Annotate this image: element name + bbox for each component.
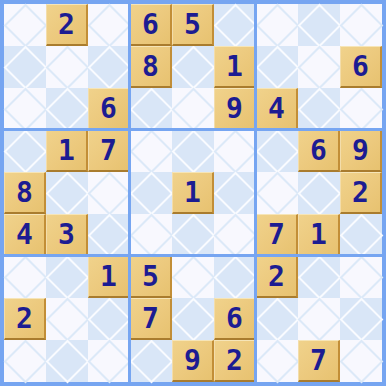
cell-r5c3[interactable]: [88, 172, 130, 214]
cell-r5c6[interactable]: [214, 172, 256, 214]
cell-r5c9: 2: [340, 172, 382, 214]
cell-r6c7: 7: [256, 214, 298, 256]
cell-r3c3: 6: [88, 88, 130, 130]
cell-r9c9[interactable]: [340, 340, 382, 382]
given-digit: 8: [4, 172, 46, 214]
given-digit: 6: [298, 130, 340, 172]
given-digit: 5: [172, 4, 214, 46]
given-digit: 1: [214, 46, 256, 88]
cell-r8c3[interactable]: [88, 298, 130, 340]
cell-r2c4: 8: [130, 46, 172, 88]
cell-r6c3[interactable]: [88, 214, 130, 256]
diamond-icon: [213, 129, 257, 173]
block-separator-vertical-1: [128, 4, 131, 382]
cell-r9c3[interactable]: [88, 340, 130, 382]
diamond-icon: [171, 297, 215, 341]
cell-r3c2[interactable]: [46, 88, 88, 130]
cell-r1c3[interactable]: [88, 4, 130, 46]
cell-r3c6: 9: [214, 88, 256, 130]
cell-r3c7: 4: [256, 88, 298, 130]
given-digit: 7: [298, 340, 340, 382]
sudoku-board: 26581669417698124371152276927: [0, 0, 386, 386]
cell-r2c1[interactable]: [4, 46, 46, 88]
cell-r6c5[interactable]: [172, 214, 214, 256]
diamond-icon: [255, 129, 299, 173]
cell-r5c8[interactable]: [298, 172, 340, 214]
diamond-icon: [87, 45, 131, 89]
diamond-icon: [45, 45, 89, 89]
cell-r2c7[interactable]: [256, 46, 298, 88]
diamond-icon: [255, 3, 299, 47]
block-separator-vertical-2: [254, 4, 257, 382]
diamond-icon: [3, 339, 47, 383]
cell-r7c6[interactable]: [214, 256, 256, 298]
cell-r1c5: 5: [172, 4, 214, 46]
diamond-icon: [45, 87, 89, 131]
diamond-icon: [129, 213, 173, 257]
cell-r8c6: 6: [214, 298, 256, 340]
cell-r4c3: 7: [88, 130, 130, 172]
cell-r7c2[interactable]: [46, 256, 88, 298]
diamond-icon: [297, 87, 341, 131]
cell-r4c6[interactable]: [214, 130, 256, 172]
block-separator-horizontal-2: [4, 254, 382, 257]
given-digit: 7: [88, 130, 130, 172]
given-digit: 2: [4, 298, 46, 340]
given-digit: 4: [256, 88, 298, 130]
cell-r4c8: 6: [298, 130, 340, 172]
diamond-icon: [87, 297, 131, 341]
given-digit: 9: [214, 88, 256, 130]
cell-r8c4: 7: [130, 298, 172, 340]
diamond-icon: [297, 45, 341, 89]
cell-r1c6[interactable]: [214, 4, 256, 46]
diamond-icon: [213, 213, 257, 257]
diamond-icon: [213, 171, 257, 215]
cell-r2c2[interactable]: [46, 46, 88, 88]
cell-r3c8[interactable]: [298, 88, 340, 130]
cell-r4c2: 1: [46, 130, 88, 172]
diamond-icon: [45, 171, 89, 215]
cell-r9c4[interactable]: [130, 340, 172, 382]
block-separator-horizontal-1: [4, 128, 382, 131]
cell-r7c9[interactable]: [340, 256, 382, 298]
cell-r1c9[interactable]: [340, 4, 382, 46]
diamond-icon: [3, 255, 47, 299]
diamond-icon: [87, 339, 131, 383]
diamond-icon: [339, 87, 383, 131]
cell-r2c5[interactable]: [172, 46, 214, 88]
diamond-icon: [339, 339, 383, 383]
diamond-icon: [255, 339, 299, 383]
diamond-icon: [171, 213, 215, 257]
given-digit: 5: [130, 256, 172, 298]
cell-r7c1[interactable]: [4, 256, 46, 298]
diamond-icon: [297, 171, 341, 215]
given-digit: 3: [46, 214, 88, 256]
cell-r2c3[interactable]: [88, 46, 130, 88]
given-digit: 6: [130, 4, 172, 46]
cell-r7c7: 2: [256, 256, 298, 298]
cell-r4c9: 9: [340, 130, 382, 172]
diamond-icon: [3, 129, 47, 173]
given-digit: 9: [172, 340, 214, 382]
diamond-icon: [3, 87, 47, 131]
cell-r6c2: 3: [46, 214, 88, 256]
cell-r5c2[interactable]: [46, 172, 88, 214]
given-digit: 6: [88, 88, 130, 130]
cell-r3c1[interactable]: [4, 88, 46, 130]
diamond-icon: [339, 3, 383, 47]
given-digit: 2: [256, 256, 298, 298]
diamond-icon: [3, 3, 47, 47]
given-digit: 2: [46, 4, 88, 46]
given-digit: 1: [46, 130, 88, 172]
given-digit: 9: [340, 130, 382, 172]
diamond-icon: [87, 3, 131, 47]
cell-r6c9[interactable]: [340, 214, 382, 256]
diamond-icon: [213, 3, 257, 47]
given-digit: 7: [130, 298, 172, 340]
cell-r9c6: 2: [214, 340, 256, 382]
cell-r3c4[interactable]: [130, 88, 172, 130]
diamond-icon: [213, 255, 257, 299]
diamond-icon: [45, 255, 89, 299]
cell-r1c8[interactable]: [298, 4, 340, 46]
diamond-icon: [339, 255, 383, 299]
diamond-icon: [3, 45, 47, 89]
diamond-icon: [129, 171, 173, 215]
diamond-icon: [339, 297, 383, 341]
cell-r2c9: 6: [340, 46, 382, 88]
given-digit: 7: [256, 214, 298, 256]
diamond-icon: [255, 171, 299, 215]
cell-r8c5[interactable]: [172, 298, 214, 340]
diamond-icon: [171, 87, 215, 131]
given-digit: 1: [172, 172, 214, 214]
cell-r6c1: 4: [4, 214, 46, 256]
cell-r1c1[interactable]: [4, 4, 46, 46]
cell-r7c3: 1: [88, 256, 130, 298]
diamond-icon: [297, 255, 341, 299]
cell-r1c4: 6: [130, 4, 172, 46]
cell-r8c7[interactable]: [256, 298, 298, 340]
cell-r9c1[interactable]: [4, 340, 46, 382]
given-digit: 1: [298, 214, 340, 256]
diamond-icon: [255, 297, 299, 341]
cell-r7c4: 5: [130, 256, 172, 298]
diamond-icon: [297, 3, 341, 47]
cell-r5c5: 1: [172, 172, 214, 214]
given-digit: 2: [340, 172, 382, 214]
cell-r9c2[interactable]: [46, 340, 88, 382]
cell-r8c2[interactable]: [46, 298, 88, 340]
given-digit: 4: [4, 214, 46, 256]
given-digit: 6: [340, 46, 382, 88]
cell-r5c7[interactable]: [256, 172, 298, 214]
diamond-icon: [129, 339, 173, 383]
cell-r2c8[interactable]: [298, 46, 340, 88]
diamond-icon: [171, 129, 215, 173]
cell-r3c9[interactable]: [340, 88, 382, 130]
cell-r9c7[interactable]: [256, 340, 298, 382]
diamond-icon: [255, 45, 299, 89]
given-digit: 1: [88, 256, 130, 298]
cell-r2c6: 1: [214, 46, 256, 88]
cell-r9c5: 9: [172, 340, 214, 382]
given-digit: 2: [214, 340, 256, 382]
cell-r1c2: 2: [46, 4, 88, 46]
cell-r3c5[interactable]: [172, 88, 214, 130]
cell-r8c8[interactable]: [298, 298, 340, 340]
diamond-icon: [87, 213, 131, 257]
diamond-icon: [87, 171, 131, 215]
diamond-icon: [129, 129, 173, 173]
cell-r7c8[interactable]: [298, 256, 340, 298]
diamond-icon: [45, 339, 89, 383]
cell-r6c8: 1: [298, 214, 340, 256]
cell-r6c4[interactable]: [130, 214, 172, 256]
diamond-icon: [129, 87, 173, 131]
cell-r8c1: 2: [4, 298, 46, 340]
given-digit: 8: [130, 46, 172, 88]
diamond-icon: [297, 297, 341, 341]
cell-r4c5[interactable]: [172, 130, 214, 172]
cell-r1c7[interactable]: [256, 4, 298, 46]
cell-r4c7[interactable]: [256, 130, 298, 172]
cell-r5c4[interactable]: [130, 172, 172, 214]
cell-r6c6[interactable]: [214, 214, 256, 256]
diamond-icon: [171, 45, 215, 89]
diamond-icon: [45, 297, 89, 341]
cell-r5c1: 8: [4, 172, 46, 214]
cell-r9c8: 7: [298, 340, 340, 382]
cell-r7c5[interactable]: [172, 256, 214, 298]
diamond-icon: [339, 213, 383, 257]
given-digit: 6: [214, 298, 256, 340]
diamond-icon: [171, 255, 215, 299]
cell-r8c9[interactable]: [340, 298, 382, 340]
cell-r4c1[interactable]: [4, 130, 46, 172]
cell-r4c4[interactable]: [130, 130, 172, 172]
